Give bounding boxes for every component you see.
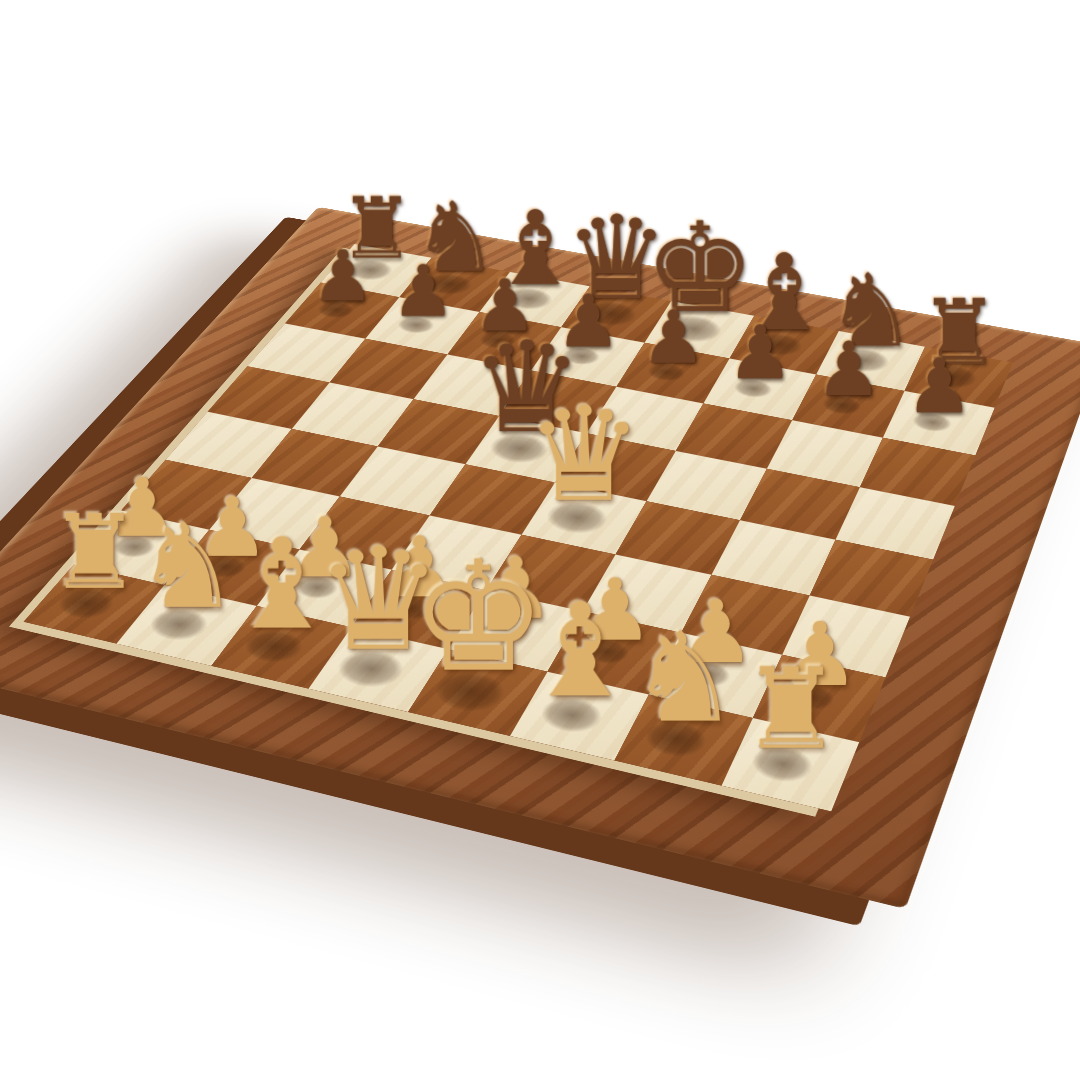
- board-playing-area: ♜♞♝♛♚♝♞♜♟♟♟♟♟♟♟♟♛♛♟♟♟♟♟♟♟♟♜♞♝♛♚♝♞♜: [24, 244, 1013, 812]
- piece-shadow: [222, 618, 324, 676]
- chess-board: ♜♞♝♛♚♝♞♜♟♟♟♟♟♟♟♟♛♛♟♟♟♟♟♟♟♟♜♞♝♛♚♝♞♜: [0, 207, 1080, 909]
- product-photo-scene: ♜♞♝♛♚♝♞♜♟♟♟♟♟♟♟♟♛♛♟♟♟♟♟♟♟♟♜♞♝♛♚♝♞♜: [0, 0, 1080, 1080]
